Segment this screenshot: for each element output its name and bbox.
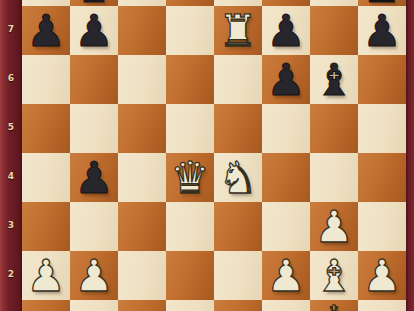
square-a3 (22, 202, 70, 251)
square-f5 (262, 104, 310, 153)
piece-white-pawn-b2: ♟ (74, 251, 113, 300)
square-a6 (22, 55, 70, 104)
square-c5 (118, 104, 166, 153)
square-h7: ♟ (358, 6, 406, 55)
square-b6 (70, 55, 118, 104)
piece-black-pawn-b7: ♟ (74, 6, 113, 55)
square-b5 (70, 104, 118, 153)
square-c1 (118, 300, 166, 311)
square-c3 (118, 202, 166, 251)
square-d4: ♛ (166, 153, 214, 202)
square-b2: ♟ (70, 251, 118, 300)
square-h1 (358, 300, 406, 311)
square-h2: ♟ (358, 251, 406, 300)
square-h4 (358, 153, 406, 202)
piece-white-pawn-g3: ♟ (314, 202, 353, 251)
square-f7: ♟ (262, 6, 310, 55)
square-b4: ♟ (70, 153, 118, 202)
square-h5 (358, 104, 406, 153)
square-d3 (166, 202, 214, 251)
square-e3 (214, 202, 262, 251)
square-g7 (310, 6, 358, 55)
square-b3 (70, 202, 118, 251)
rank-label-2: 2 (0, 269, 22, 279)
square-g6: ♝ (310, 55, 358, 104)
square-e2 (214, 251, 262, 300)
square-e4: ♞ (214, 153, 262, 202)
square-d7 (166, 6, 214, 55)
square-e7: ♜ (214, 6, 262, 55)
square-g4 (310, 153, 358, 202)
square-a2: ♟ (22, 251, 70, 300)
rank-label-5: 5 (0, 122, 22, 132)
board-frame-right (406, 0, 414, 311)
piece-black-pawn-f7: ♟ (266, 6, 305, 55)
rank-label-7: 7 (0, 24, 22, 34)
piece-black-pawn-f6: ♟ (266, 55, 305, 104)
square-d5 (166, 104, 214, 153)
square-f2: ♟ (262, 251, 310, 300)
square-c4 (118, 153, 166, 202)
square-g5 (310, 104, 358, 153)
rank-label-4: 4 (0, 171, 22, 181)
piece-white-queen-d4: ♛ (170, 153, 209, 202)
square-h3 (358, 202, 406, 251)
square-d2 (166, 251, 214, 300)
square-a7: ♟ (22, 6, 70, 55)
square-g2: ♝ (310, 251, 358, 300)
square-f3 (262, 202, 310, 251)
piece-black-bishop-g6: ♝ (314, 55, 353, 104)
piece-white-pawn-h2: ♟ (362, 251, 401, 300)
square-b1 (70, 300, 118, 311)
piece-white-pawn-a2: ♟ (26, 251, 65, 300)
piece-white-king-g1-cutoff: ♚ (314, 297, 353, 311)
square-c7 (118, 6, 166, 55)
square-a5 (22, 104, 70, 153)
square-f1 (262, 300, 310, 311)
square-e1 (214, 300, 262, 311)
square-d6 (166, 55, 214, 104)
square-e5 (214, 104, 262, 153)
piece-white-rook-e7: ♜ (218, 6, 257, 55)
square-b7: ♟ (70, 6, 118, 55)
piece-black-pawn-h7: ♟ (362, 6, 401, 55)
piece-black-pawn-b4: ♟ (74, 153, 113, 202)
square-c6 (118, 55, 166, 104)
board-frame-left (0, 0, 22, 311)
square-g1: ♚ (310, 300, 358, 311)
chess-board: ♚♜♟♟♜♟♟♟♝♟♛♞♟♟♟♟♝♟♚ (22, 0, 406, 311)
square-g3: ♟ (310, 202, 358, 251)
square-a4 (22, 153, 70, 202)
piece-black-pawn-a7: ♟ (26, 6, 65, 55)
square-d1 (166, 300, 214, 311)
square-a1 (22, 300, 70, 311)
square-c2 (118, 251, 166, 300)
piece-white-knight-e4: ♞ (218, 153, 257, 202)
chess-diagram: ♚♜♟♟♜♟♟♟♝♟♛♞♟♟♟♟♝♟♚ 765432 (0, 0, 414, 311)
square-f6: ♟ (262, 55, 310, 104)
square-e6 (214, 55, 262, 104)
piece-white-bishop-g2: ♝ (314, 251, 353, 300)
rank-label-3: 3 (0, 220, 22, 230)
rank-label-6: 6 (0, 73, 22, 83)
piece-white-pawn-f2: ♟ (266, 251, 305, 300)
square-f4 (262, 153, 310, 202)
square-h6 (358, 55, 406, 104)
